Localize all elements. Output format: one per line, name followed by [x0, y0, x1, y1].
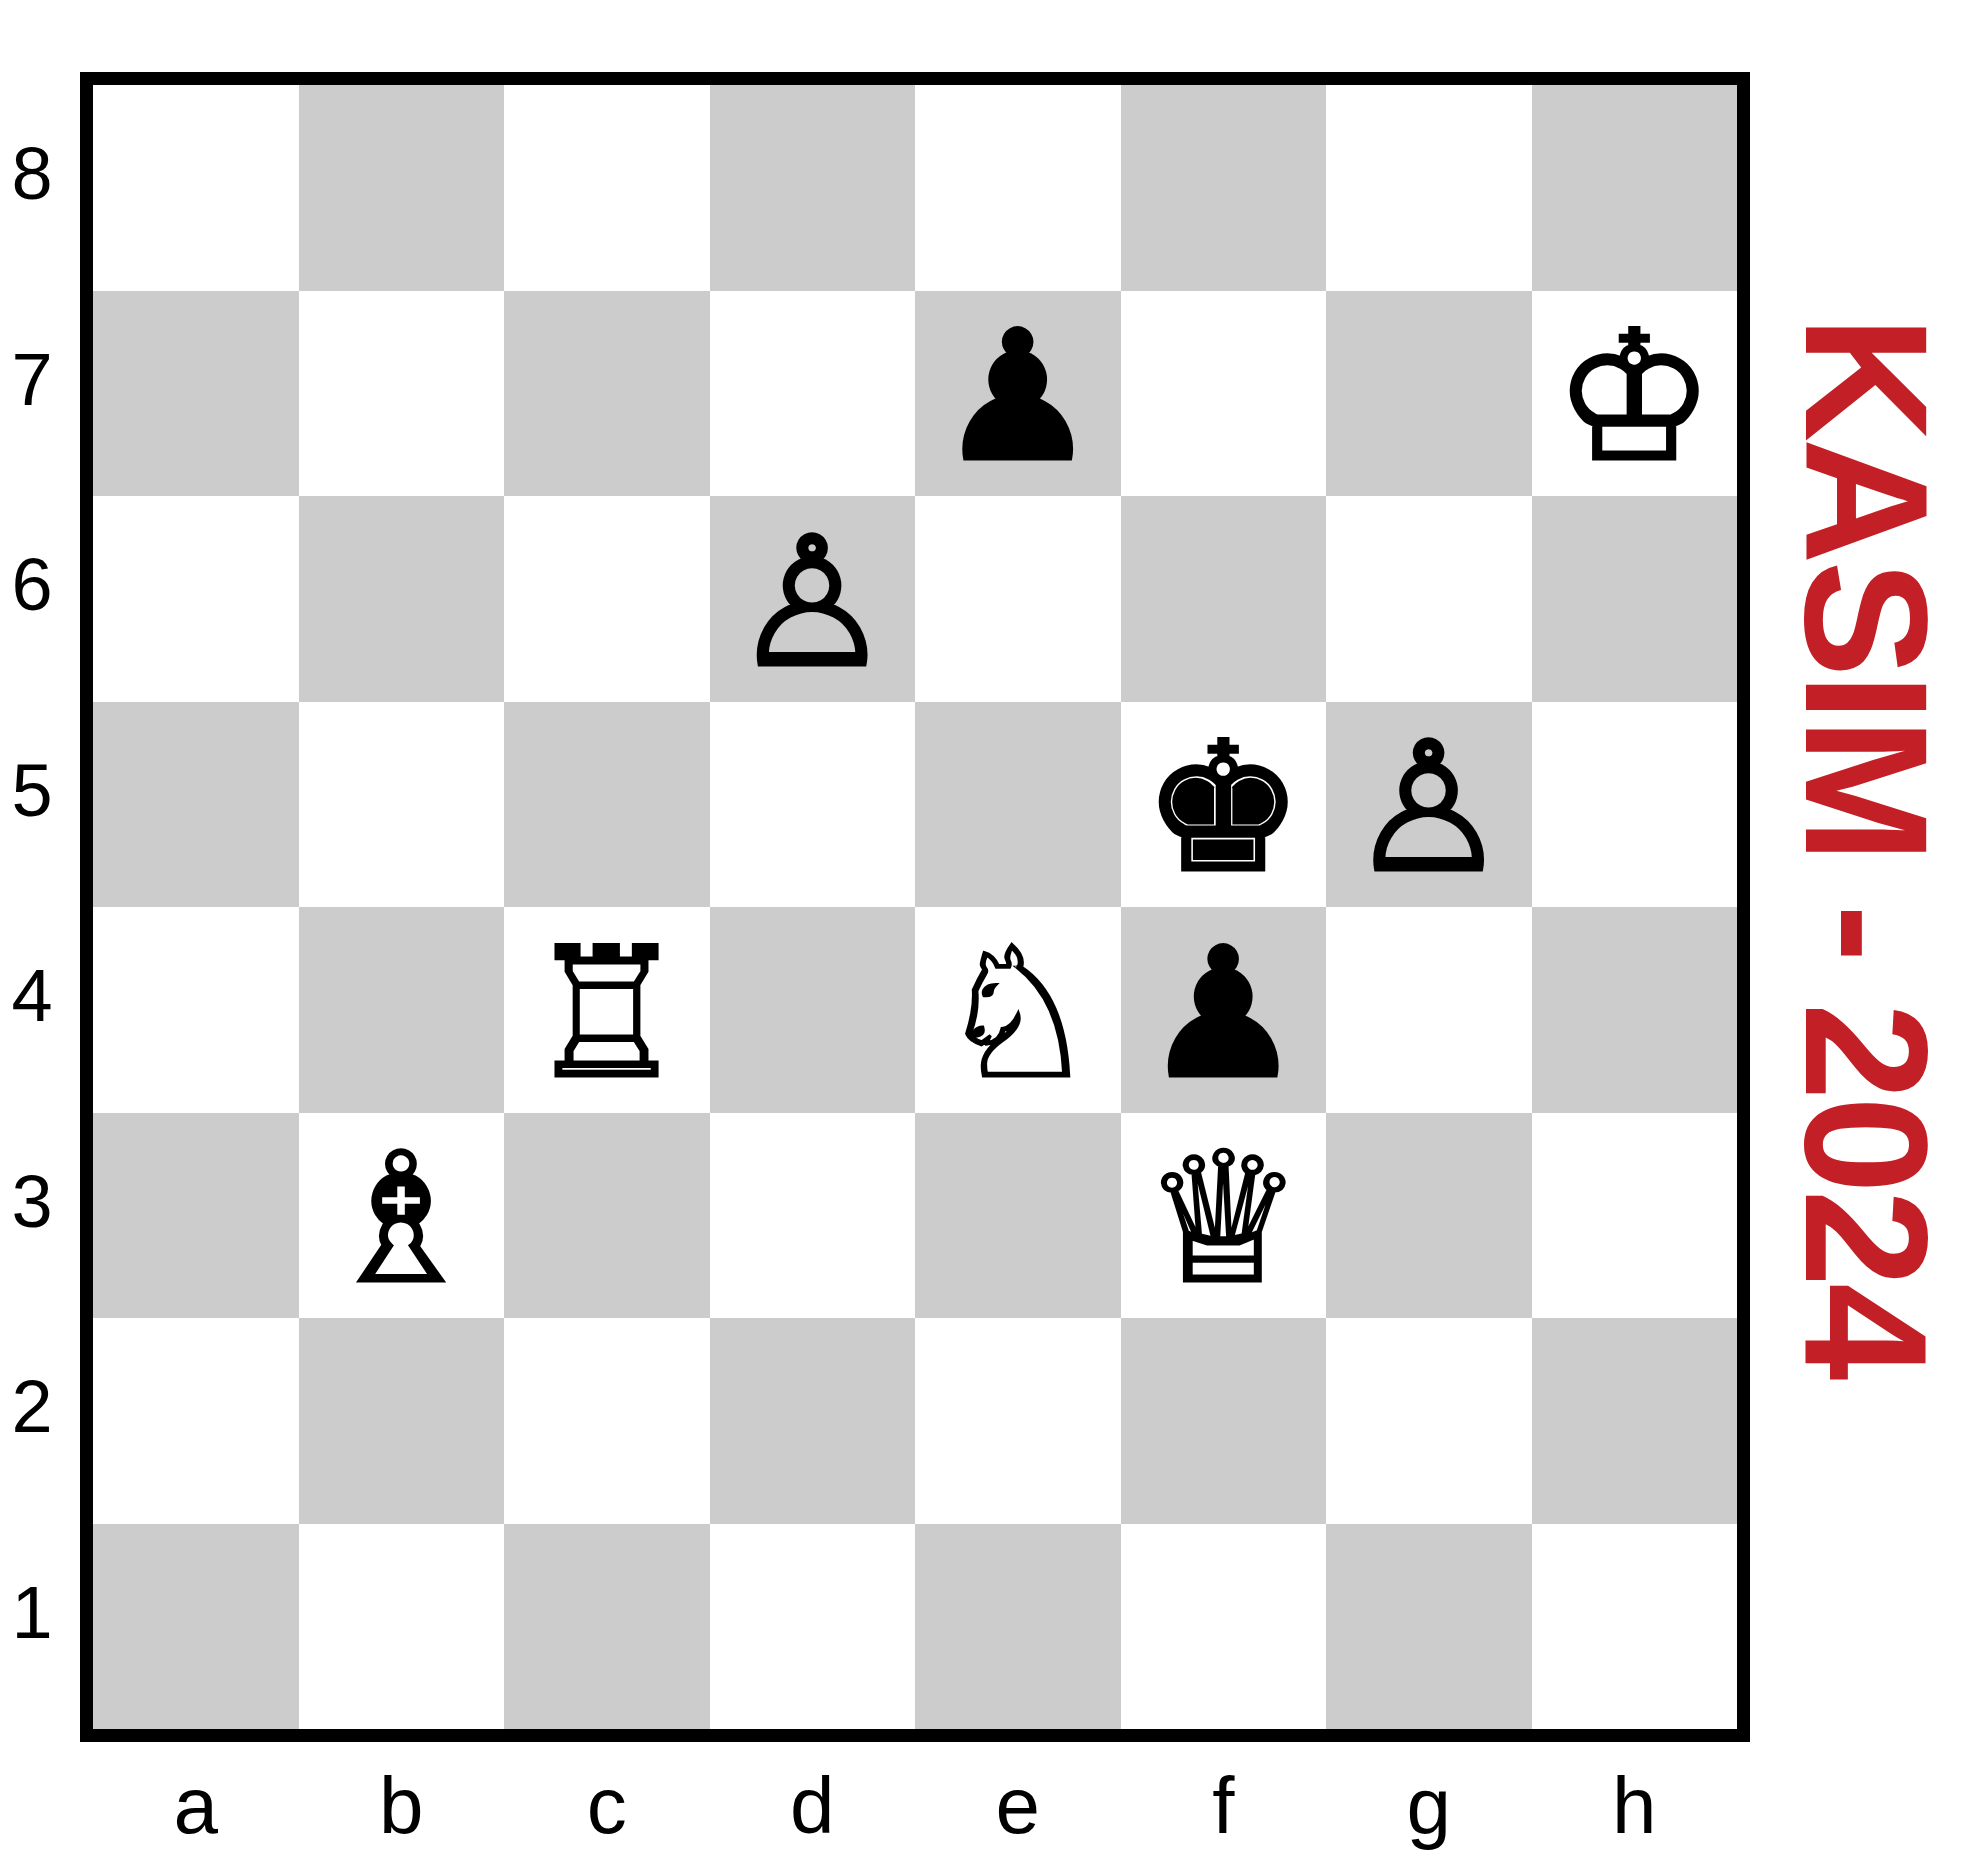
square-b4[interactable] — [299, 907, 505, 1113]
square-b3[interactable]: ♗ — [299, 1113, 505, 1319]
square-g3[interactable] — [1326, 1113, 1532, 1319]
square-b8[interactable] — [299, 85, 505, 291]
white-rook[interactable]: ♖ — [526, 924, 687, 1104]
file-labels: abcdefgh — [93, 1756, 1737, 1856]
square-d2[interactable] — [710, 1318, 916, 1524]
rank-label-5: 5 — [0, 688, 64, 894]
square-d3[interactable] — [710, 1113, 916, 1319]
square-h1[interactable] — [1532, 1524, 1738, 1730]
square-h8[interactable] — [1532, 85, 1738, 291]
file-label-f: f — [1121, 1756, 1327, 1856]
square-d4[interactable] — [710, 907, 916, 1113]
file-label-g: g — [1326, 1756, 1532, 1856]
square-e4[interactable]: ♘ — [915, 907, 1121, 1113]
square-f5[interactable]: ♚ — [1121, 702, 1327, 908]
square-c3[interactable] — [504, 1113, 710, 1319]
white-pawn[interactable]: ♙ — [1348, 718, 1509, 898]
file-label-d: d — [710, 1756, 916, 1856]
square-h2[interactable] — [1532, 1318, 1738, 1524]
square-g4[interactable] — [1326, 907, 1532, 1113]
square-b1[interactable] — [299, 1524, 505, 1730]
square-g8[interactable] — [1326, 85, 1532, 291]
square-e6[interactable] — [915, 496, 1121, 702]
square-g7[interactable] — [1326, 291, 1532, 497]
square-g1[interactable] — [1326, 1524, 1532, 1730]
square-f1[interactable] — [1121, 1524, 1327, 1730]
file-label-e: e — [915, 1756, 1121, 1856]
square-d6[interactable]: ♙ — [710, 496, 916, 702]
square-h5[interactable] — [1532, 702, 1738, 908]
white-queen[interactable]: ♕ — [1143, 1129, 1304, 1309]
square-e2[interactable] — [915, 1318, 1121, 1524]
square-b5[interactable] — [299, 702, 505, 908]
square-h4[interactable] — [1532, 907, 1738, 1113]
square-b7[interactable] — [299, 291, 505, 497]
file-label-b: b — [299, 1756, 505, 1856]
white-pawn[interactable]: ♙ — [732, 513, 893, 693]
square-f4[interactable]: ♟ — [1121, 907, 1327, 1113]
square-c6[interactable] — [504, 496, 710, 702]
rank-label-7: 7 — [0, 277, 64, 483]
chess-board: ♟♔♙♚♙♖♘♟♗♕ — [80, 72, 1750, 1742]
square-d1[interactable] — [710, 1524, 916, 1730]
square-h6[interactable] — [1532, 496, 1738, 702]
black-pawn[interactable]: ♟ — [937, 307, 1098, 487]
square-f8[interactable] — [1121, 85, 1327, 291]
square-e5[interactable] — [915, 702, 1121, 908]
square-e3[interactable] — [915, 1113, 1121, 1319]
black-king[interactable]: ♚ — [1143, 718, 1304, 898]
square-a6[interactable] — [93, 496, 299, 702]
square-f7[interactable] — [1121, 291, 1327, 497]
white-king[interactable]: ♔ — [1554, 307, 1715, 487]
square-g6[interactable] — [1326, 496, 1532, 702]
rank-label-1: 1 — [0, 1510, 64, 1716]
square-a8[interactable] — [93, 85, 299, 291]
rank-label-6: 6 — [0, 482, 64, 688]
square-c4[interactable]: ♖ — [504, 907, 710, 1113]
rank-label-8: 8 — [0, 71, 64, 277]
square-c5[interactable] — [504, 702, 710, 908]
square-f6[interactable] — [1121, 496, 1327, 702]
square-e1[interactable] — [915, 1524, 1121, 1730]
black-pawn[interactable]: ♟ — [1143, 924, 1304, 1104]
file-label-a: a — [93, 1756, 299, 1856]
square-c7[interactable] — [504, 291, 710, 497]
rank-label-4: 4 — [0, 893, 64, 1099]
rank-labels: 87654321 — [0, 85, 64, 1729]
square-a4[interactable] — [93, 907, 299, 1113]
square-f3[interactable]: ♕ — [1121, 1113, 1327, 1319]
square-g2[interactable] — [1326, 1318, 1532, 1524]
square-a3[interactable] — [93, 1113, 299, 1319]
square-b2[interactable] — [299, 1318, 505, 1524]
square-b6[interactable] — [299, 496, 505, 702]
rank-label-3: 3 — [0, 1099, 64, 1305]
square-e7[interactable]: ♟ — [915, 291, 1121, 497]
white-knight[interactable]: ♘ — [937, 924, 1098, 1104]
rank-label-2: 2 — [0, 1304, 64, 1510]
square-f2[interactable] — [1121, 1318, 1327, 1524]
square-e8[interactable] — [915, 85, 1121, 291]
square-c1[interactable] — [504, 1524, 710, 1730]
square-g5[interactable]: ♙ — [1326, 702, 1532, 908]
square-a1[interactable] — [93, 1524, 299, 1730]
square-c8[interactable] — [504, 85, 710, 291]
file-label-h: h — [1532, 1756, 1738, 1856]
square-h3[interactable] — [1532, 1113, 1738, 1319]
square-a7[interactable] — [93, 291, 299, 497]
chess-diagram-page: 87654321 ♟♔♙♚♙♖♘♟♗♕ abcdefgh KASIM - 202… — [0, 0, 1976, 1857]
square-c2[interactable] — [504, 1318, 710, 1524]
square-d7[interactable] — [710, 291, 916, 497]
white-bishop[interactable]: ♗ — [321, 1129, 482, 1309]
square-h7[interactable]: ♔ — [1532, 291, 1738, 497]
square-a5[interactable] — [93, 702, 299, 908]
event-annotation: KASIM - 2024 — [1766, 316, 1967, 1377]
square-d8[interactable] — [710, 85, 916, 291]
square-d5[interactable] — [710, 702, 916, 908]
square-a2[interactable] — [93, 1318, 299, 1524]
file-label-c: c — [504, 1756, 710, 1856]
